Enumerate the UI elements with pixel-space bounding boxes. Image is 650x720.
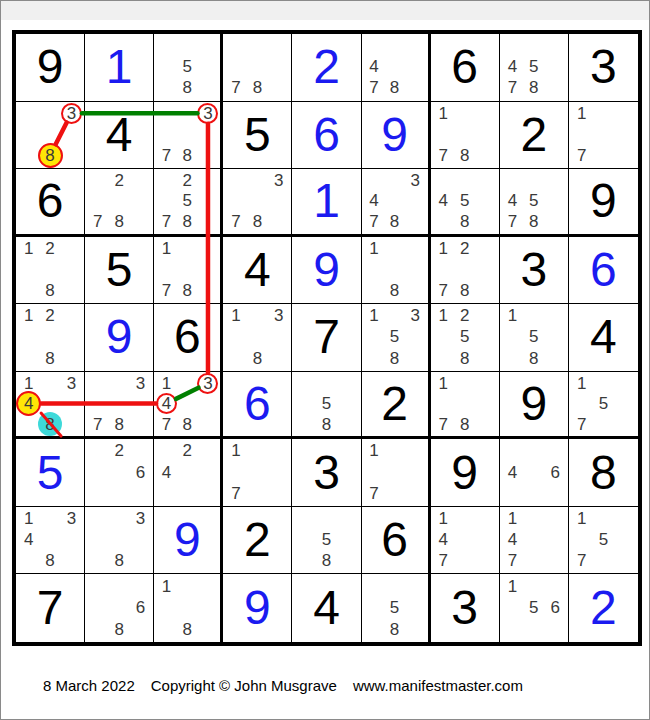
pencil-mark[interactable]: 7 bbox=[156, 414, 177, 435]
pencil-mark[interactable]: 2 bbox=[108, 170, 129, 191]
cell-r3c7[interactable]: 458 bbox=[431, 169, 500, 237]
given-digit: 6 bbox=[431, 34, 499, 101]
given-digit: 6 bbox=[362, 507, 428, 574]
cell-r2c5[interactable]: 6 bbox=[292, 102, 361, 170]
pencil-mark[interactable]: 4 bbox=[364, 56, 385, 77]
cell-r8c7[interactable]: 147 bbox=[431, 507, 500, 575]
pencil-marks: 3478 bbox=[364, 170, 426, 232]
pencil-mark[interactable]: 8 bbox=[384, 77, 405, 98]
pencil-mark[interactable]: 1 bbox=[433, 373, 454, 394]
pencil-marks: 78 bbox=[225, 35, 289, 99]
pencil-mark[interactable]: 8 bbox=[39, 414, 60, 435]
pencil-marks: 4578 bbox=[502, 170, 566, 232]
pencil-mark[interactable]: 1 bbox=[502, 575, 523, 597]
pencil-mark[interactable]: 4 bbox=[502, 529, 523, 550]
cell-r8c4[interactable]: 2 bbox=[223, 507, 292, 575]
pencil-mark[interactable]: 8 bbox=[247, 348, 268, 369]
cell-r7c2[interactable]: 26 bbox=[85, 439, 154, 507]
given-digit: 2 bbox=[223, 507, 291, 574]
cell-r1c5[interactable]: 2 bbox=[292, 34, 361, 102]
pencil-mark[interactable]: 7 bbox=[433, 280, 454, 301]
pencil-marks: 178 bbox=[156, 238, 218, 302]
pencil-mark[interactable]: 6 bbox=[130, 597, 151, 619]
given-digit: 5 bbox=[223, 102, 291, 169]
cell-r5c7[interactable]: 1258 bbox=[431, 304, 500, 372]
pencil-mark[interactable]: 3 bbox=[268, 170, 289, 191]
cell-r2c2[interactable]: 4 bbox=[85, 102, 154, 170]
given-digit: 6 bbox=[16, 169, 84, 234]
pencil-mark[interactable]: 7 bbox=[87, 211, 108, 232]
cell-r8c8[interactable]: 147 bbox=[500, 507, 569, 575]
pencil-mark[interactable]: 7 bbox=[571, 550, 593, 571]
pencil-marks: 1258 bbox=[433, 305, 497, 369]
pencil-marks: 157 bbox=[571, 508, 636, 572]
pencil-mark[interactable]: 5 bbox=[523, 56, 544, 77]
pencil-mark[interactable]: 1 bbox=[433, 103, 454, 124]
pencil-mark[interactable]: 8 bbox=[177, 618, 198, 640]
cell-r5c3[interactable]: 6 bbox=[154, 304, 223, 372]
cell-r8c3[interactable]: 9 bbox=[154, 507, 223, 575]
pencil-marks: 158 bbox=[502, 305, 566, 369]
pencil-mark[interactable]: 6 bbox=[545, 597, 566, 619]
footer-site: www.manifestmaster.com bbox=[353, 677, 523, 694]
pencil-marks: 18 bbox=[364, 238, 426, 302]
pencil-mark[interactable]: 7 bbox=[156, 211, 177, 232]
cell-r2c4[interactable]: 5 bbox=[223, 102, 292, 170]
pencil-mark[interactable]: 8 bbox=[39, 280, 60, 301]
pencil-marks: 1348 bbox=[18, 373, 82, 435]
pencil-mark[interactable]: 8 bbox=[316, 550, 337, 571]
cell-r4c1[interactable]: 128 bbox=[16, 237, 85, 305]
pencil-mark[interactable]: 8 bbox=[177, 77, 198, 98]
pencil-mark[interactable]: 8 bbox=[454, 280, 475, 301]
pencil-mark[interactable]: 4 bbox=[502, 56, 523, 77]
pencil-mark[interactable]: 8 bbox=[177, 414, 198, 435]
cell-r7c9[interactable]: 8 bbox=[569, 439, 638, 507]
pencil-marks: 68 bbox=[87, 575, 151, 640]
pencil-mark[interactable]: 7 bbox=[433, 145, 454, 166]
pencil-mark[interactable]: 8 bbox=[454, 145, 475, 166]
cell-r4c9[interactable]: 6 bbox=[569, 237, 638, 305]
cell-r3c6[interactable]: 3478 bbox=[362, 169, 431, 237]
pencil-mark[interactable]: 1 bbox=[18, 373, 39, 394]
cell-r1c8[interactable]: 4578 bbox=[500, 34, 569, 102]
given-digit: 9 bbox=[569, 169, 638, 234]
pencil-mark[interactable]: 8 bbox=[523, 348, 544, 369]
pencil-marks: 4578 bbox=[502, 35, 566, 99]
pencil-marks: 178 bbox=[433, 373, 497, 435]
sudoku-board: 9158782478645783384378569178217627825783… bbox=[12, 30, 642, 646]
pencil-mark[interactable]: 4 bbox=[433, 529, 454, 550]
cell-r2c1[interactable]: 38 bbox=[16, 102, 85, 170]
pencil-mark[interactable]: 5 bbox=[384, 326, 405, 347]
pencil-mark[interactable]: 8 bbox=[108, 550, 129, 571]
given-digit: 9 bbox=[16, 34, 84, 101]
pencil-mark[interactable]: 1 bbox=[18, 508, 39, 529]
given-digit: 9 bbox=[431, 439, 499, 506]
cell-r5c2[interactable]: 9 bbox=[85, 304, 154, 372]
cell-r6c6[interactable]: 2 bbox=[362, 372, 431, 440]
footer-date: 8 March 2022 bbox=[43, 677, 135, 694]
pencil-mark[interactable]: 1 bbox=[364, 238, 385, 259]
pencil-marks: 18 bbox=[156, 575, 218, 640]
solved-digit: 9 bbox=[362, 102, 428, 169]
pencil-mark[interactable]: 8 bbox=[384, 211, 405, 232]
cell-r9c4[interactable]: 9 bbox=[223, 574, 292, 642]
pencil-marks: 58 bbox=[364, 575, 426, 640]
pencil-mark[interactable]: 7 bbox=[571, 414, 593, 435]
pencil-marks: 1358 bbox=[364, 305, 426, 369]
solved-digit: 9 bbox=[154, 507, 220, 574]
cell-r9c8[interactable]: 156 bbox=[500, 574, 569, 642]
cell-r5c1[interactable]: 128 bbox=[16, 304, 85, 372]
pencil-mark[interactable]: 7 bbox=[156, 280, 177, 301]
cell-r2c3[interactable]: 378 bbox=[154, 102, 223, 170]
pencil-mark[interactable]: 3 bbox=[405, 170, 426, 191]
cell-r4c8[interactable]: 3 bbox=[500, 237, 569, 305]
pencil-mark[interactable]: 1 bbox=[502, 305, 523, 326]
pencil-marks: 24 bbox=[156, 440, 218, 504]
pencil-marks: 138 bbox=[225, 305, 289, 369]
cell-r3c5[interactable]: 1 bbox=[292, 169, 361, 237]
pencil-mark[interactable]: 7 bbox=[502, 550, 523, 571]
cell-r3c2[interactable]: 278 bbox=[85, 169, 154, 237]
pencil-marks: 147 bbox=[433, 508, 497, 572]
cell-r7c5[interactable]: 3 bbox=[292, 439, 361, 507]
pencil-mark[interactable]: 5 bbox=[523, 191, 544, 212]
pencil-mark[interactable]: 1 bbox=[156, 238, 177, 259]
chain-node-r6c3d4 bbox=[156, 393, 177, 414]
pencil-mark[interactable]: 8 bbox=[39, 550, 60, 571]
pencil-mark[interactable]: 5 bbox=[454, 326, 475, 347]
pencil-mark[interactable]: 5 bbox=[593, 393, 615, 414]
cell-r7c4[interactable]: 17 bbox=[223, 439, 292, 507]
given-digit: 3 bbox=[431, 574, 499, 642]
pencil-mark[interactable]: 5 bbox=[177, 56, 198, 77]
pencil-mark[interactable]: 8 bbox=[108, 618, 129, 640]
pencil-mark[interactable]: 1 bbox=[156, 575, 177, 597]
pencil-mark[interactable]: 1 bbox=[156, 373, 177, 394]
cell-r1c6[interactable]: 478 bbox=[362, 34, 431, 102]
solved-digit: 6 bbox=[223, 372, 291, 437]
pencil-mark[interactable]: 3 bbox=[130, 373, 151, 394]
pencil-marks: 17 bbox=[364, 440, 426, 504]
pencil-mark[interactable]: 5 bbox=[523, 597, 544, 619]
pencil-mark[interactable]: 3 bbox=[130, 508, 151, 529]
pencil-mark[interactable]: 5 bbox=[316, 393, 337, 414]
pencil-mark[interactable]: 4 bbox=[502, 462, 523, 483]
given-digit: 3 bbox=[292, 439, 360, 506]
pencil-mark[interactable]: 8 bbox=[108, 211, 129, 232]
pencil-marks: 17 bbox=[571, 103, 636, 167]
pencil-mark[interactable]: 7 bbox=[364, 211, 385, 232]
cell-r4c2[interactable]: 5 bbox=[85, 237, 154, 305]
pencil-marks: 2578 bbox=[156, 170, 218, 232]
cell-r7c1[interactable]: 5 bbox=[16, 439, 85, 507]
pencil-mark[interactable]: 8 bbox=[177, 280, 198, 301]
footer: 8 March 2022 Copyright © John Musgrave w… bbox=[43, 677, 539, 694]
cell-r7c3[interactable]: 24 bbox=[154, 439, 223, 507]
pencil-mark[interactable]: 8 bbox=[316, 414, 337, 435]
cell-r6c8[interactable]: 9 bbox=[500, 372, 569, 440]
pencil-mark[interactable]: 5 bbox=[177, 191, 198, 212]
cell-r5c4[interactable]: 138 bbox=[223, 304, 292, 372]
pencil-mark[interactable]: 2 bbox=[454, 305, 475, 326]
pencil-mark[interactable]: 5 bbox=[523, 326, 544, 347]
cell-r3c1[interactable]: 6 bbox=[16, 169, 85, 237]
pencil-marks: 178 bbox=[433, 103, 497, 167]
pencil-marks: 17 bbox=[225, 440, 289, 504]
pencil-mark[interactable]: 1 bbox=[433, 305, 454, 326]
cell-r9c6[interactable]: 58 bbox=[362, 574, 431, 642]
pencil-mark[interactable]: 8 bbox=[247, 77, 268, 98]
given-digit: 7 bbox=[16, 574, 84, 642]
cell-r4c3[interactable]: 178 bbox=[154, 237, 223, 305]
cell-r1c2[interactable]: 1 bbox=[85, 34, 154, 102]
solved-digit: 2 bbox=[569, 574, 638, 642]
pencil-marks: 58 bbox=[294, 508, 358, 572]
cell-r3c4[interactable]: 378 bbox=[223, 169, 292, 237]
pencil-mark[interactable]: 1 bbox=[18, 238, 39, 259]
pencil-mark[interactable]: 7 bbox=[225, 483, 246, 504]
cell-r6c9[interactable]: 157 bbox=[569, 372, 638, 440]
cell-r9c7[interactable]: 3 bbox=[431, 574, 500, 642]
pencil-mark[interactable]: 7 bbox=[156, 145, 177, 166]
solved-digit: 5 bbox=[16, 439, 84, 506]
cell-r6c1[interactable]: 1348 bbox=[16, 372, 85, 440]
pencil-mark[interactable]: 7 bbox=[433, 550, 454, 571]
pencil-mark[interactable]: 1 bbox=[364, 305, 385, 326]
cell-r7c8[interactable]: 46 bbox=[500, 439, 569, 507]
given-digit: 8 bbox=[569, 439, 638, 506]
given-digit: 5 bbox=[85, 237, 153, 304]
pencil-mark[interactable]: 8 bbox=[39, 348, 60, 369]
pencil-mark[interactable]: 4 bbox=[433, 191, 454, 212]
pencil-marks: 38 bbox=[87, 508, 151, 572]
cell-r1c1[interactable]: 9 bbox=[16, 34, 85, 102]
pencil-marks: 128 bbox=[18, 238, 82, 302]
pencil-marks: 1278 bbox=[433, 238, 497, 302]
pencil-mark[interactable]: 2 bbox=[39, 238, 60, 259]
pencil-mark[interactable]: 6 bbox=[130, 462, 151, 483]
cell-r4c4[interactable]: 4 bbox=[223, 237, 292, 305]
pencil-marks: 58 bbox=[156, 35, 218, 99]
top-band bbox=[1, 1, 649, 20]
cell-r5c6[interactable]: 1358 bbox=[362, 304, 431, 372]
cell-r9c5[interactable]: 4 bbox=[292, 574, 361, 642]
cell-r2c9[interactable]: 17 bbox=[569, 102, 638, 170]
pencil-mark[interactable]: 5 bbox=[384, 597, 405, 619]
pencil-mark[interactable]: 7 bbox=[433, 414, 454, 435]
pencil-mark[interactable]: 2 bbox=[454, 238, 475, 259]
solved-digit: 1 bbox=[292, 169, 360, 234]
cell-r9c9[interactable]: 2 bbox=[569, 574, 638, 642]
cell-r2c6[interactable]: 9 bbox=[362, 102, 431, 170]
cell-r4c5[interactable]: 9 bbox=[292, 237, 361, 305]
pencil-mark[interactable]: 7 bbox=[87, 414, 108, 435]
pencil-marks: 278 bbox=[87, 170, 151, 232]
solved-digit: 9 bbox=[223, 574, 291, 642]
cell-r3c9[interactable]: 9 bbox=[569, 169, 638, 237]
pencil-mark[interactable]: 3 bbox=[268, 305, 289, 326]
pencil-mark[interactable]: 4 bbox=[18, 529, 39, 550]
pencil-mark[interactable]: 1 bbox=[18, 305, 39, 326]
pencil-mark[interactable]: 8 bbox=[384, 618, 405, 640]
pencil-mark[interactable]: 8 bbox=[39, 145, 60, 166]
pencil-mark[interactable]: 1 bbox=[364, 440, 385, 461]
cell-r4c6[interactable]: 18 bbox=[362, 237, 431, 305]
pencil-mark[interactable]: 8 bbox=[108, 414, 129, 435]
pencil-mark[interactable]: 7 bbox=[364, 483, 385, 504]
cell-r7c7[interactable]: 9 bbox=[431, 439, 500, 507]
pencil-marks: 478 bbox=[364, 35, 426, 99]
cell-r6c2[interactable]: 378 bbox=[85, 372, 154, 440]
pencil-marks: 378 bbox=[225, 170, 289, 232]
pencil-mark[interactable]: 1 bbox=[502, 508, 523, 529]
pencil-mark[interactable]: 4 bbox=[18, 393, 39, 414]
pencil-mark[interactable]: 4 bbox=[156, 462, 177, 483]
pencil-marks: 58 bbox=[294, 373, 358, 435]
pencil-marks: 157 bbox=[571, 373, 636, 435]
given-digit: 2 bbox=[362, 372, 428, 437]
cell-r2c7[interactable]: 178 bbox=[431, 102, 500, 170]
chain-node-r6c3d3 bbox=[197, 373, 218, 394]
pencil-mark[interactable]: 8 bbox=[384, 280, 405, 301]
cell-r6c4[interactable]: 6 bbox=[223, 372, 292, 440]
pencil-mark[interactable]: 2 bbox=[39, 305, 60, 326]
pencil-mark[interactable]: 8 bbox=[177, 211, 198, 232]
cell-r1c7[interactable]: 6 bbox=[431, 34, 500, 102]
cell-r8c6[interactable]: 6 bbox=[362, 507, 431, 575]
pencil-mark[interactable]: 8 bbox=[384, 348, 405, 369]
pencil-mark[interactable]: 7 bbox=[502, 77, 523, 98]
cell-r3c8[interactable]: 4578 bbox=[500, 169, 569, 237]
cell-r6c7[interactable]: 178 bbox=[431, 372, 500, 440]
pencil-mark[interactable]: 8 bbox=[454, 348, 475, 369]
given-digit: 4 bbox=[292, 574, 360, 642]
cell-r2c8[interactable]: 2 bbox=[500, 102, 569, 170]
footer-copyright: Copyright © John Musgrave bbox=[151, 677, 337, 694]
pencil-mark[interactable]: 6 bbox=[545, 462, 566, 483]
pencil-mark[interactable]: 2 bbox=[177, 440, 198, 461]
pencil-mark[interactable]: 1 bbox=[433, 238, 454, 259]
cell-r1c3[interactable]: 58 bbox=[154, 34, 223, 102]
cell-r8c1[interactable]: 1348 bbox=[16, 507, 85, 575]
cell-r5c9[interactable]: 4 bbox=[569, 304, 638, 372]
chain-node-r2c3d3 bbox=[197, 103, 218, 124]
cell-r5c8[interactable]: 158 bbox=[500, 304, 569, 372]
cell-r7c6[interactable]: 17 bbox=[362, 439, 431, 507]
given-digit: 4 bbox=[85, 102, 153, 169]
cell-r8c5[interactable]: 58 bbox=[292, 507, 361, 575]
pencil-mark[interactable]: 4 bbox=[502, 191, 523, 212]
given-digit: 9 bbox=[500, 372, 568, 437]
cell-r9c3[interactable]: 18 bbox=[154, 574, 223, 642]
pencil-mark[interactable]: 5 bbox=[316, 529, 337, 550]
pencil-mark[interactable]: 8 bbox=[523, 77, 544, 98]
pencil-marks: 458 bbox=[433, 170, 497, 232]
cell-r6c3[interactable]: 13478 bbox=[154, 372, 223, 440]
pencil-mark[interactable]: 3 bbox=[61, 373, 82, 394]
pencil-mark[interactable]: 8 bbox=[177, 145, 198, 166]
solved-digit: 2 bbox=[292, 34, 360, 101]
solved-digit: 1 bbox=[85, 34, 153, 101]
cell-r6c5[interactable]: 58 bbox=[292, 372, 361, 440]
pencil-mark[interactable]: 7 bbox=[225, 77, 246, 98]
solved-digit: 6 bbox=[292, 102, 360, 169]
given-digit: 7 bbox=[292, 304, 360, 371]
given-digit: 3 bbox=[569, 34, 638, 101]
pencil-mark[interactable]: 7 bbox=[225, 211, 246, 232]
cell-r1c4[interactable]: 78 bbox=[223, 34, 292, 102]
given-digit: 3 bbox=[500, 237, 568, 304]
pencil-marks: 46 bbox=[502, 440, 566, 504]
given-digit: 6 bbox=[154, 304, 220, 371]
pencil-mark[interactable]: 1 bbox=[571, 508, 593, 529]
pencil-marks: 26 bbox=[87, 440, 151, 504]
pencil-marks: 1348 bbox=[18, 508, 82, 572]
pencil-mark[interactable]: 3 bbox=[405, 305, 426, 326]
pencil-mark[interactable]: 2 bbox=[177, 170, 198, 191]
pencil-mark[interactable]: 1 bbox=[571, 373, 593, 394]
cell-r4c7[interactable]: 1278 bbox=[431, 237, 500, 305]
cell-r9c2[interactable]: 68 bbox=[85, 574, 154, 642]
pencil-mark[interactable]: 5 bbox=[454, 191, 475, 212]
pencil-mark[interactable]: 3 bbox=[61, 508, 82, 529]
pencil-mark[interactable]: 7 bbox=[364, 77, 385, 98]
pencil-mark[interactable]: 1 bbox=[433, 508, 454, 529]
pencil-mark[interactable]: 5 bbox=[593, 529, 615, 550]
pencil-mark[interactable]: 8 bbox=[454, 211, 475, 232]
pencil-mark[interactable]: 8 bbox=[454, 414, 475, 435]
pencil-mark[interactable]: 1 bbox=[225, 305, 246, 326]
pencil-mark[interactable]: 7 bbox=[571, 145, 593, 166]
pencil-marks: 378 bbox=[87, 373, 151, 435]
given-digit: 4 bbox=[569, 304, 638, 371]
solved-digit: 9 bbox=[85, 304, 153, 371]
pencil-mark[interactable]: 1 bbox=[571, 103, 593, 124]
chain-node-r2c1d3 bbox=[61, 103, 82, 124]
solved-digit: 9 bbox=[292, 237, 360, 304]
cell-r9c1[interactable]: 7 bbox=[16, 574, 85, 642]
pencil-marks: 156 bbox=[502, 575, 566, 640]
cell-r8c9[interactable]: 157 bbox=[569, 507, 638, 575]
solved-digit: 6 bbox=[569, 237, 638, 304]
cell-r3c3[interactable]: 2578 bbox=[154, 169, 223, 237]
given-digit: 4 bbox=[223, 237, 291, 304]
pencil-marks: 128 bbox=[18, 305, 82, 369]
cell-r1c9[interactable]: 3 bbox=[569, 34, 638, 102]
cell-r5c5[interactable]: 7 bbox=[292, 304, 361, 372]
cell-r8c2[interactable]: 38 bbox=[85, 507, 154, 575]
pencil-mark[interactable]: 2 bbox=[108, 440, 129, 461]
pencil-mark[interactable]: 1 bbox=[225, 440, 246, 461]
pencil-mark[interactable]: 7 bbox=[502, 211, 523, 232]
pencil-mark[interactable]: 8 bbox=[523, 211, 544, 232]
pencil-mark[interactable]: 8 bbox=[247, 211, 268, 232]
pencil-mark[interactable]: 4 bbox=[364, 191, 385, 212]
pencil-marks: 147 bbox=[502, 508, 566, 572]
given-digit: 2 bbox=[500, 102, 568, 169]
